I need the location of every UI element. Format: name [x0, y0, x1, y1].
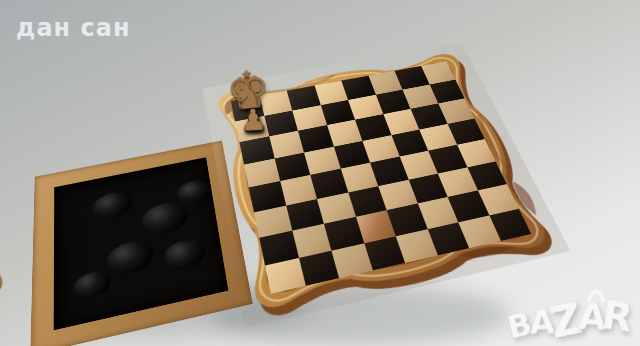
logo-letter: R — [599, 292, 635, 341]
bazar-logo: BAZAR — [505, 285, 634, 346]
watermark-text: дан сан — [16, 14, 131, 42]
photo-background: ♟♟♟♟♟♟♟♟♜♞♝♛♚♝♞♜ дан сан BAZAR — [0, 0, 640, 346]
black-chess-piece-in-drawer — [176, 178, 214, 207]
chess-set-scene: ♟♟♟♟♟♟♟♟♜♞♝♛♚♝♞♜ — [196, 38, 579, 337]
chess-board: ♟♟♟♟♟♟♟♟♜♞♝♛♚♝♞♜ — [196, 38, 579, 337]
chess-piece-white-pawn: ♟ — [239, 106, 267, 134]
drawer-knob-head — [0, 269, 2, 296]
drawer-knob — [0, 269, 3, 304]
